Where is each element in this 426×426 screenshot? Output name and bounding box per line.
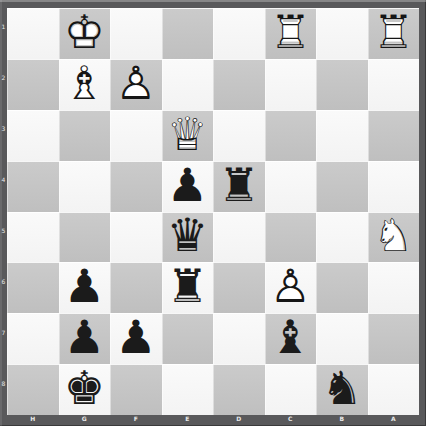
file-labels: HGFEDCBA [7,415,419,426]
square-c5[interactable] [265,212,317,263]
black-rook-glyph: ♜ [213,161,265,212]
square-e5[interactable]: ♛ [162,212,214,263]
square-d3[interactable] [213,110,265,161]
square-f8[interactable] [110,364,162,415]
square-h8[interactable] [7,364,59,415]
piece-white-pawn-c6[interactable]: ♟♙ [265,262,317,313]
piece-black-pawn-f7[interactable]: ♟ [110,313,162,364]
file-label-b: B [316,415,368,426]
square-c4[interactable] [265,161,317,212]
white-knight-outline-glyph: ♘ [368,212,420,263]
square-g8[interactable]: ♚ [59,364,111,415]
square-b3[interactable] [316,110,368,161]
piece-white-king-g1[interactable]: ♚♔ [59,8,111,59]
white-rook-outline-glyph: ♖ [368,8,420,59]
chess-board-frame: 12345678 ♚♔♜♖♜♖♝♗♟♙♛♕♟♜♛♞♘♟♜♟♙♟♟♝♚♞ HGFE… [0,0,426,426]
rank-label-4: 4 [0,155,7,206]
square-c7[interactable]: ♝ [265,313,317,364]
square-e8[interactable] [162,364,214,415]
square-b1[interactable] [316,8,368,59]
white-rook-outline-glyph: ♖ [265,8,317,59]
square-a2[interactable] [368,59,420,110]
piece-white-rook-c1[interactable]: ♜♖ [265,8,317,59]
piece-black-rook-d4[interactable]: ♜ [213,161,265,212]
square-b8[interactable]: ♞ [316,364,368,415]
file-label-e: E [162,415,214,426]
square-g3[interactable] [59,110,111,161]
square-a4[interactable] [368,161,420,212]
square-a3[interactable] [368,110,420,161]
square-f3[interactable] [110,110,162,161]
black-rook-glyph: ♜ [162,262,214,313]
file-label-a: A [368,415,420,426]
square-b2[interactable] [316,59,368,110]
file-label-h: H [7,415,59,426]
square-f1[interactable] [110,8,162,59]
square-f7[interactable]: ♟ [110,313,162,364]
piece-white-bishop-g2[interactable]: ♝♗ [59,59,111,110]
file-label-g: G [59,415,111,426]
square-a5[interactable]: ♞♘ [368,212,420,263]
rank-labels: 12345678 [0,8,7,415]
black-knight-glyph: ♞ [316,364,368,415]
rank-label-2: 2 [0,53,7,104]
square-f4[interactable] [110,161,162,212]
piece-black-rook-e6[interactable]: ♜ [162,262,214,313]
square-d6[interactable] [213,262,265,313]
square-f2[interactable]: ♟♙ [110,59,162,110]
white-bishop-outline-glyph: ♗ [59,59,111,110]
chess-board: ♚♔♜♖♜♖♝♗♟♙♛♕♟♜♛♞♘♟♜♟♙♟♟♝♚♞ [7,8,419,415]
square-g7[interactable]: ♟ [59,313,111,364]
square-b7[interactable] [316,313,368,364]
square-g5[interactable] [59,212,111,263]
square-c1[interactable]: ♜♖ [265,8,317,59]
square-f6[interactable] [110,262,162,313]
square-g1[interactable]: ♚♔ [59,8,111,59]
square-g2[interactable]: ♝♗ [59,59,111,110]
black-king-glyph: ♚ [59,364,111,415]
rank-label-8: 8 [0,358,7,409]
square-h2[interactable] [7,59,59,110]
square-a7[interactable] [368,313,420,364]
square-g6[interactable]: ♟ [59,262,111,313]
square-h6[interactable] [7,262,59,313]
square-b6[interactable] [316,262,368,313]
square-d1[interactable] [213,8,265,59]
square-c2[interactable] [265,59,317,110]
black-pawn-glyph: ♟ [59,313,111,364]
white-queen-outline-glyph: ♕ [162,110,214,161]
file-label-c: C [265,415,317,426]
square-d7[interactable] [213,313,265,364]
rank-label-5: 5 [0,206,7,257]
square-e6[interactable]: ♜ [162,262,214,313]
piece-white-rook-a1[interactable]: ♜♖ [368,8,420,59]
square-a6[interactable] [368,262,420,313]
piece-white-pawn-f2[interactable]: ♟♙ [110,59,162,110]
square-h5[interactable] [7,212,59,263]
square-d4[interactable]: ♜ [213,161,265,212]
piece-black-pawn-g6[interactable]: ♟ [59,262,111,313]
rank-label-7: 7 [0,307,7,358]
white-pawn-outline-glyph: ♙ [265,262,317,313]
square-b4[interactable] [316,161,368,212]
piece-black-pawn-g7[interactable]: ♟ [59,313,111,364]
square-h4[interactable] [7,161,59,212]
black-queen-glyph: ♛ [162,212,214,263]
black-pawn-glyph: ♟ [162,161,214,212]
square-c6[interactable]: ♟♙ [265,262,317,313]
rank-label-6: 6 [0,256,7,307]
square-d5[interactable] [213,212,265,263]
black-pawn-glyph: ♟ [59,262,111,313]
file-label-f: F [110,415,162,426]
square-b5[interactable] [316,212,368,263]
white-king-outline-glyph: ♔ [59,8,111,59]
square-e3[interactable]: ♛♕ [162,110,214,161]
piece-black-bishop-c7[interactable]: ♝ [265,313,317,364]
square-e4[interactable]: ♟ [162,161,214,212]
square-a8[interactable] [368,364,420,415]
rank-label-3: 3 [0,104,7,155]
square-a1[interactable]: ♜♖ [368,8,420,59]
piece-black-queen-e5[interactable]: ♛ [162,212,214,263]
square-d2[interactable] [213,59,265,110]
black-bishop-glyph: ♝ [265,313,317,364]
square-d8[interactable] [213,364,265,415]
square-g4[interactable] [59,161,111,212]
black-pawn-glyph: ♟ [110,313,162,364]
piece-white-knight-a5[interactable]: ♞♘ [368,212,420,263]
piece-white-queen-e3[interactable]: ♛♕ [162,110,214,161]
square-c3[interactable] [265,110,317,161]
square-e1[interactable] [162,8,214,59]
piece-black-pawn-e4[interactable]: ♟ [162,161,214,212]
piece-black-king-g8[interactable]: ♚ [59,364,111,415]
square-h1[interactable] [7,8,59,59]
square-h3[interactable] [7,110,59,161]
square-e2[interactable] [162,59,214,110]
piece-black-knight-b8[interactable]: ♞ [316,364,368,415]
square-h7[interactable] [7,313,59,364]
square-c8[interactable] [265,364,317,415]
square-e7[interactable] [162,313,214,364]
square-f5[interactable] [110,212,162,263]
white-pawn-outline-glyph: ♙ [110,59,162,110]
rank-label-1: 1 [0,2,7,53]
file-label-d: D [213,415,265,426]
